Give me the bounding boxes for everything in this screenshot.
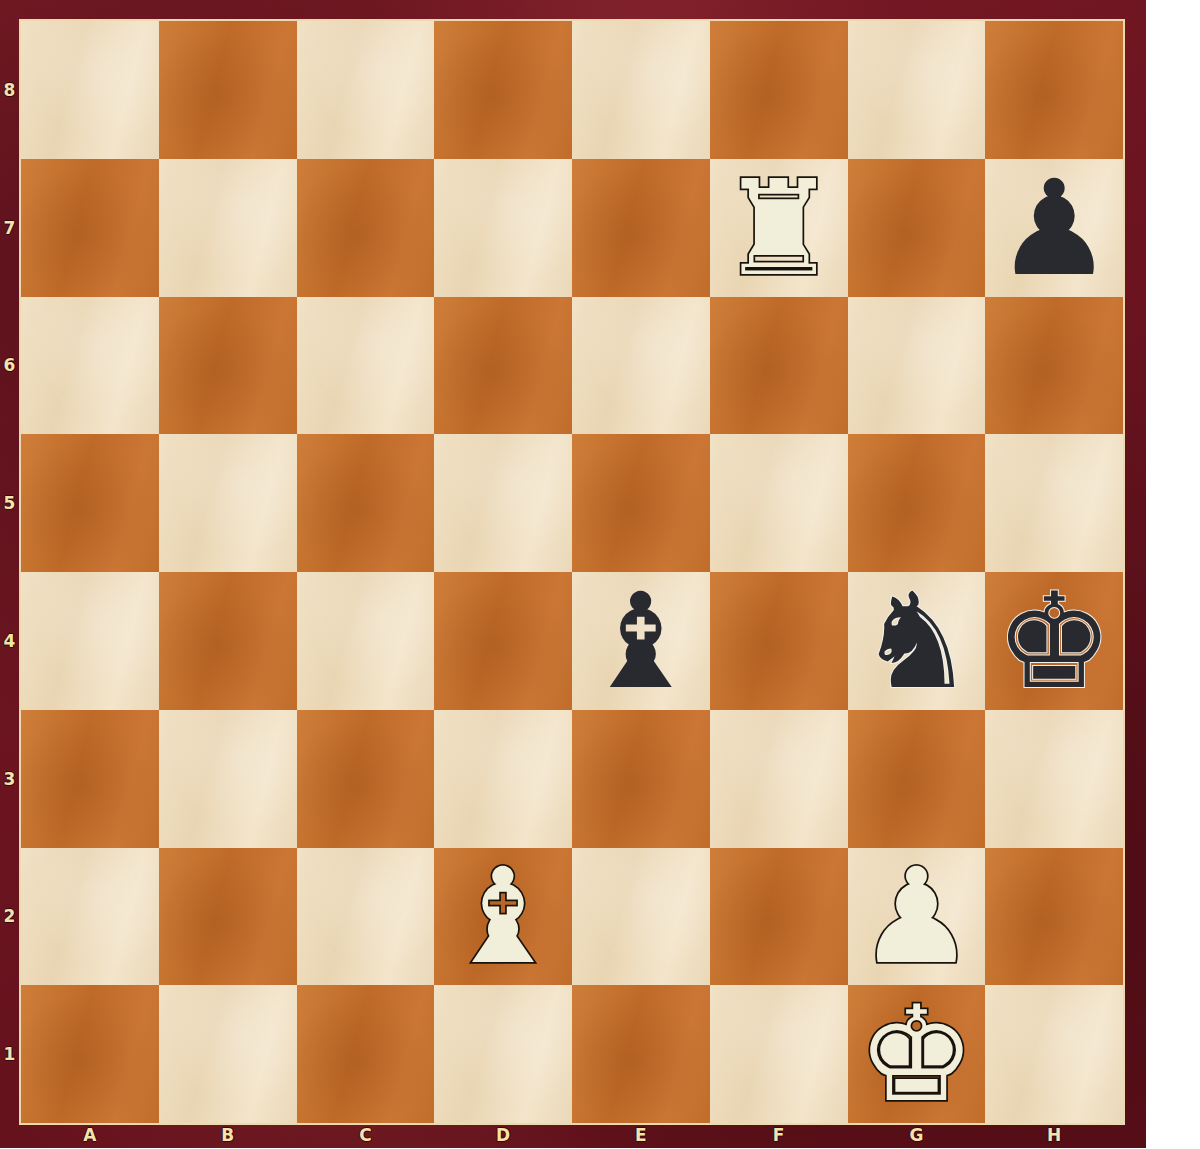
square-f2[interactable] — [710, 848, 848, 986]
square-g3[interactable] — [848, 710, 986, 848]
square-e1[interactable] — [572, 985, 710, 1123]
square-e8[interactable] — [572, 21, 710, 159]
square-a3[interactable] — [21, 710, 159, 848]
square-f3[interactable] — [710, 710, 848, 848]
square-c8[interactable] — [297, 21, 435, 159]
square-d6[interactable] — [434, 297, 572, 435]
square-c5[interactable] — [297, 434, 435, 572]
rank-label-1: 1 — [0, 985, 19, 1123]
file-label-c: C — [297, 1123, 435, 1147]
square-g5[interactable] — [848, 434, 986, 572]
square-d8[interactable] — [434, 21, 572, 159]
square-h6[interactable] — [985, 297, 1123, 435]
rank-label-6: 6 — [0, 297, 19, 435]
file-label-a: A — [21, 1123, 159, 1147]
square-a5[interactable] — [21, 434, 159, 572]
black-knight-g4[interactable]: ♞ — [848, 572, 986, 710]
square-e3[interactable] — [572, 710, 710, 848]
square-b5[interactable] — [159, 434, 297, 572]
square-a7[interactable] — [21, 159, 159, 297]
white-king-g1[interactable]: ♚ — [848, 985, 986, 1123]
black-bishop-e4[interactable]: ♝ — [572, 572, 710, 710]
square-a2[interactable] — [21, 848, 159, 986]
square-f4[interactable] — [710, 572, 848, 710]
square-g8[interactable] — [848, 21, 986, 159]
chess-board: ♜♟♝♞♚♝♟♚ — [19, 19, 1125, 1125]
white-rook-f7[interactable]: ♜ — [710, 159, 848, 297]
square-b8[interactable] — [159, 21, 297, 159]
square-h1[interactable] — [985, 985, 1123, 1123]
square-a4[interactable] — [21, 572, 159, 710]
square-c3[interactable] — [297, 710, 435, 848]
square-d1[interactable] — [434, 985, 572, 1123]
rank-label-8: 8 — [0, 21, 19, 159]
square-c6[interactable] — [297, 297, 435, 435]
square-c7[interactable] — [297, 159, 435, 297]
white-bishop-d2[interactable]: ♝ — [434, 848, 572, 986]
square-e7[interactable] — [572, 159, 710, 297]
rank-label-7: 7 — [0, 159, 19, 297]
square-b6[interactable] — [159, 297, 297, 435]
square-d2[interactable]: ♝ — [434, 848, 572, 986]
square-a1[interactable] — [21, 985, 159, 1123]
square-d7[interactable] — [434, 159, 572, 297]
square-d5[interactable] — [434, 434, 572, 572]
square-e2[interactable] — [572, 848, 710, 986]
file-label-f: F — [710, 1123, 848, 1147]
square-d3[interactable] — [434, 710, 572, 848]
square-e5[interactable] — [572, 434, 710, 572]
square-a6[interactable] — [21, 297, 159, 435]
square-b7[interactable] — [159, 159, 297, 297]
square-g7[interactable] — [848, 159, 986, 297]
file-label-d: D — [434, 1123, 572, 1147]
rank-label-2: 2 — [0, 848, 19, 986]
square-e6[interactable] — [572, 297, 710, 435]
rank-label-3: 3 — [0, 710, 19, 848]
square-f5[interactable] — [710, 434, 848, 572]
black-pawn-h7[interactable]: ♟ — [985, 159, 1123, 297]
rank-label-4: 4 — [0, 572, 19, 710]
file-label-h: H — [985, 1123, 1123, 1147]
file-labels: ABCDEFGH — [21, 1123, 1123, 1147]
square-e4[interactable]: ♝ — [572, 572, 710, 710]
square-a8[interactable] — [21, 21, 159, 159]
square-h7[interactable]: ♟ — [985, 159, 1123, 297]
square-h3[interactable] — [985, 710, 1123, 848]
square-c2[interactable] — [297, 848, 435, 986]
square-c4[interactable] — [297, 572, 435, 710]
file-label-g: G — [848, 1123, 986, 1147]
square-h2[interactable] — [985, 848, 1123, 986]
square-b2[interactable] — [159, 848, 297, 986]
square-b3[interactable] — [159, 710, 297, 848]
chess-diagram: ♜♟♝♞♚♝♟♚ 87654321 ABCDEFGH — [0, 0, 1200, 1149]
rank-label-5: 5 — [0, 434, 19, 572]
white-pawn-g2[interactable]: ♟ — [848, 848, 986, 986]
rank-labels: 87654321 — [0, 21, 19, 1123]
square-h4[interactable]: ♚ — [985, 572, 1123, 710]
square-f8[interactable] — [710, 21, 848, 159]
square-b1[interactable] — [159, 985, 297, 1123]
square-c1[interactable] — [297, 985, 435, 1123]
square-h8[interactable] — [985, 21, 1123, 159]
square-g1[interactable]: ♚ — [848, 985, 986, 1123]
file-label-b: B — [159, 1123, 297, 1147]
square-f6[interactable] — [710, 297, 848, 435]
square-g6[interactable] — [848, 297, 986, 435]
square-g2[interactable]: ♟ — [848, 848, 986, 986]
file-label-e: E — [572, 1123, 710, 1147]
square-b4[interactable] — [159, 572, 297, 710]
square-g4[interactable]: ♞ — [848, 572, 986, 710]
square-d4[interactable] — [434, 572, 572, 710]
square-f1[interactable] — [710, 985, 848, 1123]
square-h5[interactable] — [985, 434, 1123, 572]
black-king-h4[interactable]: ♚ — [985, 572, 1123, 710]
square-f7[interactable]: ♜ — [710, 159, 848, 297]
